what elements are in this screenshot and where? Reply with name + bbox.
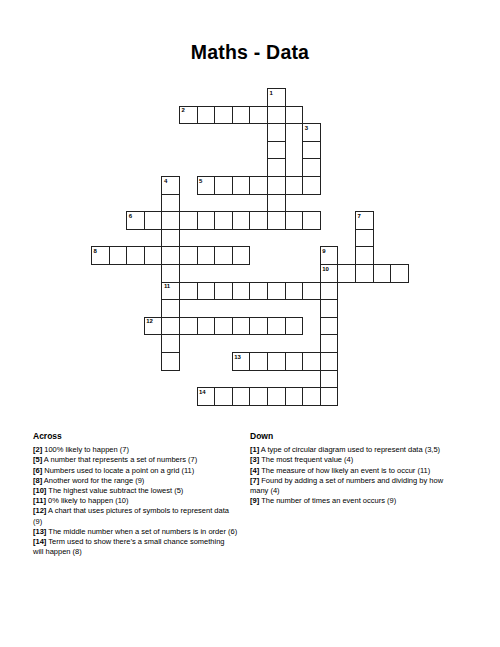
clue-text: Numbers used to locate a point on a grid…	[44, 466, 194, 475]
clue-across-13: [13] The middle number when a set of num…	[33, 527, 271, 537]
cell-r13-c5[interactable]	[179, 317, 198, 336]
clue-across-6: [6] Numbers used to locate a point on a …	[33, 466, 271, 476]
cell-r13-c4[interactable]	[161, 317, 180, 336]
clue-number: 4	[164, 178, 167, 184]
clue-number-label: [5]	[33, 455, 42, 464]
clue-number-label: [4]	[250, 466, 259, 475]
cell-r14-c13[interactable]	[320, 334, 339, 353]
clue-number-label: [11]	[33, 496, 46, 505]
cell-r4-c10[interactable]	[267, 158, 286, 177]
cell-r1-c9[interactable]	[249, 106, 268, 125]
cell-r7-c15[interactable]: 7	[355, 211, 374, 230]
clue-down-9: [9] The number of times an event occurs …	[250, 496, 488, 506]
cell-r13-c11[interactable]	[285, 317, 304, 336]
cell-r13-c10[interactable]	[267, 317, 286, 336]
cell-r17-c10[interactable]	[267, 387, 286, 406]
clue-number-label: [13]	[33, 527, 46, 536]
clue-down-3: [3] The most frequent value (4)	[250, 455, 488, 465]
cell-r9-c6[interactable]	[197, 246, 216, 265]
clue-number-label: [14]	[33, 537, 46, 546]
cell-r7-c2[interactable]: 6	[126, 211, 145, 230]
cell-r17-c6[interactable]: 14	[197, 387, 216, 406]
clue-text: The measure of how likely an event is to…	[261, 466, 430, 475]
clue-across-5: [5] A number that represents a set of nu…	[33, 455, 271, 465]
clue-number-label: [12]	[33, 506, 46, 515]
across-clues-section: Across [2] 100% likely to happen (7) [5]…	[33, 431, 271, 557]
cell-r17-c8[interactable]	[232, 387, 251, 406]
cell-r9-c7[interactable]	[214, 246, 233, 265]
clue-number: 10	[322, 266, 328, 272]
cell-r1-c10[interactable]	[267, 106, 286, 125]
clue-text: A chart that uses pictures of symbols to…	[33, 506, 229, 525]
cell-r9-c1[interactable]	[109, 246, 128, 265]
clue-number-label: [1]	[250, 445, 259, 454]
across-header: Across	[33, 431, 271, 441]
cell-r15-c12[interactable]	[302, 352, 321, 371]
cell-r15-c9[interactable]	[249, 352, 268, 371]
cell-r9-c4[interactable]	[161, 246, 180, 265]
cell-r17-c9[interactable]	[249, 387, 268, 406]
clue-number: 2	[182, 107, 185, 113]
clue-number: 5	[199, 178, 202, 184]
cell-r1-c5[interactable]: 2	[179, 106, 198, 125]
cell-r16-c13[interactable]	[320, 370, 339, 389]
cell-r7-c6[interactable]	[197, 211, 216, 230]
cell-r8-c15[interactable]	[355, 229, 374, 248]
cell-r17-c13[interactable]	[320, 387, 339, 406]
clue-across-11: [11] 0% likely to happen (10)	[33, 496, 271, 506]
cell-r15-c10[interactable]	[267, 352, 286, 371]
cell-r11-c11[interactable]	[285, 282, 304, 301]
cell-r5-c11[interactable]	[285, 176, 304, 195]
cell-r9-c8[interactable]	[232, 246, 251, 265]
cell-r15-c11[interactable]	[285, 352, 304, 371]
cell-r7-c4[interactable]	[161, 211, 180, 230]
cell-r9-c13[interactable]: 9	[320, 246, 339, 265]
clue-text: The number of times an event occurs (9)	[261, 496, 396, 505]
cell-r5-c4[interactable]: 4	[161, 176, 180, 195]
cell-r7-c10[interactable]	[267, 211, 286, 230]
cell-r9-c0[interactable]: 8	[91, 246, 110, 265]
cell-r9-c2[interactable]	[126, 246, 145, 265]
down-header: Down	[250, 431, 488, 441]
cell-r10-c17[interactable]	[390, 264, 409, 283]
clue-number: 11	[164, 283, 170, 289]
cell-r7-c8[interactable]	[232, 211, 251, 230]
cell-r17-c7[interactable]	[214, 387, 233, 406]
cell-r5-c7[interactable]	[214, 176, 233, 195]
cell-r11-c8[interactable]	[232, 282, 251, 301]
clue-number: 1	[270, 90, 273, 96]
clue-text: Another word for the range (9)	[44, 476, 144, 485]
cell-r9-c15[interactable]	[355, 246, 374, 265]
clue-text: Found by adding a set of numbers and div…	[250, 476, 443, 495]
puzzle-title: Maths - Data	[0, 42, 500, 63]
clue-text: Term used to show there’s a small chance…	[33, 537, 225, 556]
cell-r11-c9[interactable]	[249, 282, 268, 301]
cell-r5-c9[interactable]	[249, 176, 268, 195]
clue-down-4: [4] The measure of how likely an event i…	[250, 466, 488, 476]
clue-across-14: [14] Term used to show there’s a small c…	[33, 537, 271, 557]
cell-r7-c7[interactable]	[214, 211, 233, 230]
clue-text: 100% likely to happen (7)	[44, 445, 129, 454]
cell-r7-c11[interactable]	[285, 211, 304, 230]
clue-number: 8	[94, 248, 97, 254]
clue-text: 0% likely to happen (10)	[48, 496, 128, 505]
clue-text: The middle number when a set of numbers …	[48, 527, 237, 536]
cell-r2-c12[interactable]: 3	[302, 123, 321, 142]
cell-r7-c5[interactable]	[179, 211, 198, 230]
clue-number-label: [7]	[250, 476, 259, 485]
cell-r3-c10[interactable]	[267, 141, 286, 160]
clue-number-label: [3]	[250, 455, 259, 464]
cell-r13-c3[interactable]: 12	[144, 317, 163, 336]
cell-r15-c4[interactable]	[161, 352, 180, 371]
cell-r15-c8[interactable]: 13	[232, 352, 251, 371]
cell-r5-c10[interactable]	[267, 176, 286, 195]
cell-r5-c12[interactable]	[302, 176, 321, 195]
cell-r9-c5[interactable]	[179, 246, 198, 265]
cell-r6-c10[interactable]	[267, 194, 286, 213]
cell-r3-c12[interactable]	[302, 141, 321, 160]
cell-r9-c3[interactable]	[144, 246, 163, 265]
clue-text: The most frequent value (4)	[261, 455, 353, 464]
cell-r10-c15[interactable]	[355, 264, 374, 283]
cell-r11-c4[interactable]: 11	[161, 282, 180, 301]
clue-across-12: [12] A chart that uses pictures of symbo…	[33, 506, 271, 526]
cell-r1-c7[interactable]	[214, 106, 233, 125]
cell-r17-c12[interactable]	[302, 387, 321, 406]
down-clues-section: Down [1] A type of circular diagram used…	[250, 431, 488, 506]
clue-text: A type of circular diagram used to repre…	[261, 445, 440, 454]
clue-number-label: [9]	[250, 496, 259, 505]
cell-r5-c8[interactable]	[232, 176, 251, 195]
cell-r11-c12[interactable]	[302, 282, 321, 301]
clue-number: 12	[146, 318, 152, 324]
cell-r7-c12[interactable]	[302, 211, 321, 230]
clue-text: A number that represents a set of number…	[44, 455, 197, 464]
cell-r1-c11[interactable]	[285, 106, 304, 125]
cell-r17-c11[interactable]	[285, 387, 304, 406]
cell-r12-c13[interactable]	[320, 299, 339, 318]
clue-across-2: [2] 100% likely to happen (7)	[33, 445, 271, 455]
clue-down-1: [1] A type of circular diagram used to r…	[250, 445, 488, 455]
cell-r1-c8[interactable]	[232, 106, 251, 125]
clue-number: 9	[322, 248, 325, 254]
cell-r7-c3[interactable]	[144, 211, 163, 230]
cell-r13-c13[interactable]	[320, 317, 339, 336]
cell-r15-c13[interactable]	[320, 352, 339, 371]
clue-number-label: [2]	[33, 445, 42, 454]
cell-r13-c7[interactable]	[214, 317, 233, 336]
clue-across-10: [10] The highest value subtract the lowe…	[33, 486, 271, 496]
clue-text: The highest value subtract the lowest (5…	[48, 486, 183, 495]
clue-number: 7	[358, 213, 361, 219]
cell-r5-c6[interactable]: 5	[197, 176, 216, 195]
clue-number-label: [8]	[33, 476, 42, 485]
cell-r7-c9[interactable]	[249, 211, 268, 230]
cell-r10-c16[interactable]	[373, 264, 392, 283]
cell-r11-c10[interactable]	[267, 282, 286, 301]
clue-across-8: [8] Another word for the range (9)	[33, 476, 271, 486]
cell-r11-c7[interactable]	[214, 282, 233, 301]
cell-r2-c10[interactable]	[267, 123, 286, 142]
cell-r11-c13[interactable]	[320, 282, 339, 301]
cell-r10-c14[interactable]	[337, 264, 356, 283]
cell-r12-c4[interactable]	[161, 299, 180, 318]
crossword-grid: 1234567891011121314	[91, 88, 409, 406]
clue-number: 3	[305, 125, 308, 131]
cell-r4-c12[interactable]	[302, 158, 321, 177]
cell-r0-c10[interactable]: 1	[267, 88, 286, 107]
clue-down-7: [7] Found by adding a set of numbers and…	[250, 476, 488, 496]
clue-number-label: [6]	[33, 466, 42, 475]
cell-r11-c6[interactable]	[197, 282, 216, 301]
cell-r1-c6[interactable]	[197, 106, 216, 125]
cell-r14-c4[interactable]	[161, 334, 180, 353]
clue-number-label: [10]	[33, 486, 46, 495]
cell-r6-c4[interactable]	[161, 194, 180, 213]
clue-number: 14	[199, 389, 205, 395]
cell-r10-c4[interactable]	[161, 264, 180, 283]
cell-r13-c6[interactable]	[197, 317, 216, 336]
cell-r8-c4[interactable]	[161, 229, 180, 248]
cell-r10-c13[interactable]: 10	[320, 264, 339, 283]
clue-number: 13	[234, 354, 240, 360]
cell-r13-c9[interactable]	[249, 317, 268, 336]
cell-r13-c8[interactable]	[232, 317, 251, 336]
clue-number: 6	[129, 213, 132, 219]
cell-r11-c5[interactable]	[179, 282, 198, 301]
